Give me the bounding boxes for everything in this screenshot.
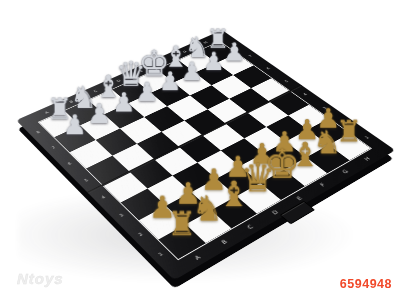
- brand-watermark: Ntoys: [17, 270, 64, 287]
- product-photo-scene: ♜♞♝♛♚♝♞♜♟♟♟♟♟♟♟♟♟♟♟♟♟♟♟♟♜♞♝♛♚♝♞♜ ABCDEFG…: [0, 0, 400, 300]
- item-number-watermark: 6594948: [340, 277, 392, 291]
